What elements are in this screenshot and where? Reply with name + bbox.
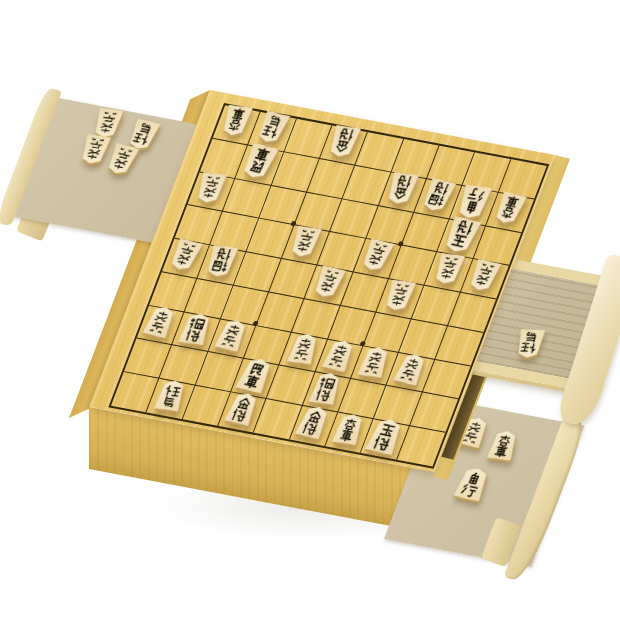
shogi-scene xyxy=(0,0,620,620)
captured-piece-P[interactable] xyxy=(105,143,140,175)
captured-piece-B[interactable] xyxy=(453,465,492,501)
captured-piece-P[interactable] xyxy=(77,133,112,165)
captured-piece-N[interactable] xyxy=(513,327,548,359)
upper-left-drawer-endcap xyxy=(0,88,62,227)
captured-piece-L[interactable] xyxy=(486,429,521,461)
